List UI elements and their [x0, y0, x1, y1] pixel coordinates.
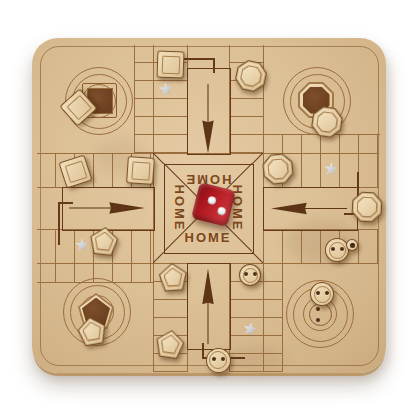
track-cells	[264, 230, 380, 263]
button-emblem	[316, 318, 320, 322]
entry-mark	[58, 202, 60, 245]
button-hole	[244, 272, 248, 276]
button-emblem	[316, 307, 320, 311]
pentagon-1[interactable]	[76, 315, 108, 347]
button-hole	[253, 272, 257, 276]
octagon-4[interactable]	[351, 191, 383, 223]
button-1[interactable]	[310, 282, 334, 306]
pentagon-4[interactable]	[154, 328, 186, 360]
piece-layer	[161, 55, 180, 74]
lane-outline	[62, 187, 155, 231]
button-hole	[340, 247, 344, 251]
track-cells	[264, 264, 282, 372]
octagon-2[interactable]	[233, 58, 269, 94]
pentagon-2[interactable]	[89, 226, 120, 257]
die-pip	[217, 206, 227, 216]
octagon-3[interactable]	[262, 153, 295, 186]
button-hole	[316, 291, 320, 295]
entry-mark	[58, 202, 73, 204]
square-2[interactable]	[156, 50, 184, 78]
die[interactable]	[191, 182, 236, 227]
pentagon-3[interactable]	[158, 262, 188, 292]
grid-line	[282, 263, 283, 372]
button-hole	[331, 247, 335, 251]
entry-mark	[213, 58, 215, 73]
track-cells	[264, 135, 380, 153]
track-cells	[135, 45, 153, 153]
entry-mark	[202, 343, 204, 358]
die-pip	[207, 195, 217, 205]
square-4[interactable]	[126, 156, 155, 185]
button-hole	[325, 291, 329, 295]
button-hole	[221, 357, 225, 361]
ring-1[interactable]	[346, 239, 358, 251]
button-hole	[212, 357, 216, 361]
piece-layer	[130, 160, 149, 179]
piece-layer	[350, 243, 355, 248]
lane-outline	[263, 187, 358, 231]
button-3[interactable]	[239, 264, 261, 286]
lane-outline	[187, 68, 231, 155]
button-4[interactable]	[206, 348, 231, 373]
octagon-1[interactable]	[310, 105, 344, 139]
ludo-board-scene: HOME HOME HOME HOME	[0, 0, 416, 416]
lane-outline	[187, 263, 231, 350]
